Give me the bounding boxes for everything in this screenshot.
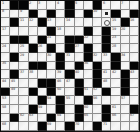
cell-r2c5[interactable] <box>38 10 47 19</box>
cell-r12c11[interactable]: 56 <box>93 96 102 105</box>
cell-r12c13[interactable] <box>111 96 120 105</box>
cell-r9c4[interactable]: 38 <box>29 70 38 79</box>
clue-number: 25 <box>20 44 24 47</box>
cell-r10c3[interactable] <box>19 79 28 88</box>
cell-r7c11[interactable]: 32 <box>93 53 102 62</box>
cell-r8c1[interactable]: 35 <box>1 62 10 71</box>
clue-number: 65 <box>84 113 88 116</box>
clue-number: 8 <box>2 9 4 12</box>
clue-number: 50 <box>57 87 61 90</box>
cell-r2c7[interactable] <box>56 10 65 19</box>
black-cell-r10c11 <box>93 79 102 88</box>
cell-r4c2[interactable] <box>10 27 19 36</box>
clue-number: 32 <box>93 53 97 56</box>
clue-number: 14 <box>66 18 70 21</box>
clue-number: 62 <box>20 113 24 116</box>
cell-r4c11[interactable] <box>93 27 102 36</box>
black-cell-r2c15 <box>130 10 139 19</box>
black-cell-r8c7 <box>56 62 65 71</box>
clue-number: 45 <box>11 79 15 82</box>
black-cell-r10c5 <box>38 79 47 88</box>
cell-r3c13[interactable]: 15 <box>111 18 120 27</box>
black-cell-r9c2 <box>10 70 19 79</box>
black-cell-r9c8 <box>65 70 74 79</box>
black-cell-r6c4 <box>29 44 38 53</box>
black-cell-r3c5 <box>38 18 47 27</box>
clue-number: 66 <box>112 113 116 116</box>
black-cell-r3c14 <box>121 18 130 27</box>
clue-number: 47 <box>66 79 70 82</box>
clue-number: 40 <box>75 70 79 73</box>
cell-r6c11[interactable] <box>93 44 102 53</box>
clue-number: 56 <box>93 96 97 99</box>
cell-r9c13[interactable]: 42 <box>111 70 120 79</box>
cell-r13c10[interactable]: 60 <box>84 105 93 114</box>
black-cell-r5c9 <box>75 36 84 45</box>
clue-number: 36 <box>84 61 88 64</box>
clue-number: 4 <box>57 1 59 4</box>
cell-r11c7[interactable]: 50 <box>56 88 65 97</box>
black-cell-r7c13 <box>111 53 120 62</box>
cell-r11c8[interactable] <box>65 88 74 97</box>
cell-r6c2[interactable] <box>10 44 19 53</box>
clue-number: 20 <box>121 27 125 30</box>
clue-number: 46 <box>57 79 61 82</box>
cell-r15c10[interactable] <box>84 122 93 131</box>
cell-r10c4[interactable] <box>29 79 38 88</box>
clue-number: 5 <box>75 1 77 4</box>
cell-r9c9[interactable]: 40 <box>75 70 84 79</box>
cell-r14c4[interactable]: 63 <box>29 114 38 123</box>
cell-r4c13[interactable]: 19 <box>111 27 120 36</box>
cell-r3c15[interactable]: 16 <box>130 18 139 27</box>
cell-r8c2[interactable] <box>10 62 19 71</box>
cell-r7c14[interactable]: 34 <box>121 53 130 62</box>
cell-r15c12[interactable]: 71 <box>102 122 111 131</box>
cell-r13c3[interactable] <box>19 105 28 114</box>
clue-number: 24 <box>2 44 6 47</box>
cell-r9c5[interactable] <box>38 70 47 79</box>
cell-r7c15[interactable] <box>130 53 139 62</box>
black-cell-r4c10 <box>84 27 93 36</box>
cell-r6c15[interactable] <box>130 44 139 53</box>
clue-number: 23 <box>112 35 116 38</box>
cell-r1c15[interactable] <box>130 1 139 10</box>
black-cell-r1c2 <box>10 1 19 10</box>
black-cell-r2c10 <box>84 10 93 19</box>
cell-r9c12[interactable]: 41 <box>102 70 111 79</box>
cell-r4c15[interactable] <box>130 27 139 36</box>
black-cell-r11c4 <box>29 88 38 97</box>
cell-r11c10[interactable]: 51 <box>84 88 93 97</box>
black-cell-r8c5 <box>38 62 47 71</box>
clue-number: 12 <box>29 18 33 21</box>
cell-r3c4[interactable]: 12 <box>29 18 38 27</box>
cell-r6c5[interactable]: 26 <box>38 44 47 53</box>
cell-r2c14[interactable] <box>121 10 130 19</box>
cell-r14c10[interactable]: 65 <box>84 114 93 123</box>
cell-r15c14[interactable] <box>121 122 130 131</box>
cell-r10c12[interactable]: 48 <box>102 79 111 88</box>
black-cell-r11c1 <box>1 88 10 97</box>
cell-r5c13[interactable]: 23 <box>111 36 120 45</box>
cell-r14c15[interactable]: 67 <box>130 114 139 123</box>
cell-r3c9[interactable] <box>75 18 84 27</box>
cell-dot-marker <box>105 12 108 15</box>
cell-r15c1[interactable]: 68 <box>1 122 10 131</box>
cell-r8c3[interactable] <box>19 62 28 71</box>
cell-r2c1[interactable]: 8 <box>1 10 10 19</box>
clue-number: 21 <box>47 35 51 38</box>
cell-r12c1[interactable]: 53 <box>1 96 10 105</box>
clue-number: 49 <box>11 87 15 90</box>
black-cell-r10c6 <box>47 79 56 88</box>
cell-r15c4[interactable] <box>29 122 38 131</box>
cell-r7c4[interactable] <box>29 53 38 62</box>
cell-r2c9[interactable] <box>75 10 84 19</box>
black-cell-r15c11 <box>93 122 102 131</box>
cell-r13c14[interactable] <box>121 105 130 114</box>
black-cell-r8c15 <box>130 62 139 71</box>
black-cell-r1c11 <box>93 1 102 10</box>
cell-r6c13[interactable]: 28 <box>111 44 120 53</box>
clue-number: 54 <box>47 96 51 99</box>
clue-number: 17 <box>2 27 6 30</box>
clue-number: 59 <box>38 105 42 108</box>
black-cell-r15c8 <box>65 122 74 131</box>
cell-r9c3[interactable]: 37 <box>19 70 28 79</box>
cell-r13c13[interactable]: 61 <box>111 105 120 114</box>
cell-r7c6[interactable]: 30 <box>47 53 56 62</box>
cell-r11c15[interactable] <box>130 88 139 97</box>
cell-r15c6[interactable]: 69 <box>47 122 56 131</box>
black-cell-r2c4 <box>29 10 38 19</box>
clue-number: 33 <box>103 53 107 56</box>
cell-r10c15[interactable] <box>130 79 139 88</box>
cell-r7c9[interactable] <box>75 53 84 62</box>
cell-r3c10[interactable] <box>84 18 93 27</box>
clue-number: 27 <box>75 44 79 47</box>
clue-number: 10 <box>93 9 97 12</box>
black-cell-r3c2 <box>10 18 19 27</box>
cell-r6c14[interactable] <box>121 44 130 53</box>
black-cell-r11c6 <box>47 88 56 97</box>
cell-r4c8[interactable] <box>65 27 74 36</box>
black-cell-r10c9 <box>75 79 84 88</box>
cell-r3c7[interactable] <box>56 18 65 27</box>
clue-number: 18 <box>57 27 61 30</box>
black-cell-r5c2 <box>10 36 19 45</box>
cell-r7c8[interactable]: 31 <box>65 53 74 62</box>
black-cell-r8c4 <box>29 62 38 71</box>
black-cell-r2c6 <box>47 10 56 19</box>
cell-r10c2[interactable]: 45 <box>10 79 19 88</box>
clue-number: 69 <box>47 122 51 125</box>
cell-r3c12[interactable] <box>102 18 111 27</box>
cell-r10c13[interactable] <box>111 79 120 88</box>
cell-r4c1[interactable]: 17 <box>1 27 10 36</box>
cell-r3c3[interactable]: 11 <box>19 18 28 27</box>
clue-number: 13 <box>47 18 51 21</box>
cell-r6c3[interactable]: 25 <box>19 44 28 53</box>
clue-number: 19 <box>112 27 116 30</box>
black-cell-r13c15 <box>130 105 139 114</box>
black-cell-r7c10 <box>84 53 93 62</box>
cell-r6c7[interactable] <box>56 44 65 53</box>
clue-number: 26 <box>38 44 42 47</box>
cell-r4c4[interactable] <box>29 27 38 36</box>
cell-r5c15[interactable] <box>130 36 139 45</box>
black-cell-r15c5 <box>38 122 47 131</box>
black-cell-r12c10 <box>84 96 93 105</box>
cell-r6c1[interactable]: 24 <box>1 44 10 53</box>
cell-r13c5[interactable]: 59 <box>38 105 47 114</box>
cell-r1c14[interactable]: 7 <box>121 1 130 10</box>
cell-r12c12[interactable] <box>102 96 111 105</box>
cell-r3c8[interactable]: 14 <box>65 18 74 27</box>
black-cell-r6c12 <box>102 44 111 53</box>
cell-r8c8[interactable] <box>65 62 74 71</box>
clue-number: 60 <box>84 105 88 108</box>
cell-r2c3[interactable]: 9 <box>19 10 28 19</box>
cell-r4c14[interactable]: 20 <box>121 27 130 36</box>
cell-r12c8[interactable]: 55 <box>65 96 74 105</box>
cell-r1c13[interactable] <box>111 1 120 10</box>
clue-number: 61 <box>112 105 116 108</box>
clue-number: 35 <box>2 61 6 64</box>
black-cell-r7c7 <box>56 53 65 62</box>
clue-number: 42 <box>112 70 116 73</box>
cell-r1c6[interactable] <box>47 1 56 10</box>
cell-r5c1[interactable] <box>1 36 10 45</box>
cell-r15c13[interactable] <box>111 122 120 131</box>
black-cell-r8c11 <box>93 62 102 71</box>
cell-r12c15[interactable] <box>130 96 139 105</box>
black-cell-r1c8 <box>65 1 74 10</box>
clue-number: 51 <box>84 87 88 90</box>
cell-r15c7[interactable] <box>56 122 65 131</box>
cell-r9c7[interactable]: 39 <box>56 70 65 79</box>
clue-number: 38 <box>29 70 33 73</box>
black-cell-r14c2 <box>10 114 19 123</box>
clue-number: 52 <box>93 87 97 90</box>
black-cell-r5c5 <box>38 36 47 45</box>
clue-number: 67 <box>130 113 134 116</box>
cell-r15c2[interactable] <box>10 122 19 131</box>
clue-number: 28 <box>112 44 116 47</box>
black-cell-r7c2 <box>10 53 19 62</box>
cell-r14c13[interactable]: 66 <box>111 114 120 123</box>
clue-number: 3 <box>38 1 40 4</box>
cell-r4c7[interactable]: 18 <box>56 27 65 36</box>
cell-r8c10[interactable]: 36 <box>84 62 93 71</box>
clue-number: 16 <box>130 18 134 21</box>
black-cell-r14c12 <box>102 114 111 123</box>
cell-r7c5[interactable] <box>38 53 47 62</box>
cell-r9c6[interactable] <box>47 70 56 79</box>
cell-r5c10[interactable]: 22 <box>84 36 93 45</box>
cell-r14c1[interactable] <box>1 114 10 123</box>
clue-number: 58 <box>2 105 6 108</box>
cell-r1c5[interactable]: 3 <box>38 1 47 10</box>
black-cell-r8c9 <box>75 62 84 71</box>
cell-r5c11[interactable] <box>93 36 102 45</box>
clue-number: 64 <box>57 113 61 116</box>
cell-r13c6[interactable] <box>47 105 56 114</box>
cell-r6c9[interactable]: 27 <box>75 44 84 53</box>
cell-r4c5[interactable] <box>38 27 47 36</box>
black-cell-r8c13 <box>111 62 120 71</box>
cell-r10c8[interactable]: 47 <box>65 79 74 88</box>
black-cell-r10c14 <box>121 79 130 88</box>
cell-r4c9[interactable] <box>75 27 84 36</box>
cell-r12c9[interactable] <box>75 96 84 105</box>
cell-r1c12[interactable]: 6 <box>102 1 111 10</box>
black-cell-r11c12 <box>102 88 111 97</box>
cell-r11c3[interactable] <box>19 88 28 97</box>
black-cell-r6c6 <box>47 44 56 53</box>
cell-r2c11[interactable]: 10 <box>93 10 102 19</box>
cell-r1c1[interactable]: 1 <box>1 1 10 10</box>
cell-r12c2[interactable] <box>10 96 19 105</box>
cell-r2c2[interactable] <box>10 10 19 19</box>
cell-r13c2[interactable] <box>10 105 19 114</box>
cell-r5c7[interactable] <box>56 36 65 45</box>
clue-number: 63 <box>29 113 33 116</box>
clue-number: 15 <box>112 18 116 21</box>
clue-number: 43 <box>130 70 134 73</box>
clue-number: 41 <box>103 70 107 73</box>
clue-number: 34 <box>121 53 125 56</box>
clue-number: 6 <box>103 1 105 4</box>
cell-r2c12[interactable] <box>102 10 111 19</box>
black-cell-r1c3 <box>19 1 28 10</box>
clue-number: 9 <box>20 9 22 12</box>
cell-r13c8[interactable] <box>65 105 74 114</box>
clue-number: 48 <box>103 79 107 82</box>
clue-number: 57 <box>121 96 125 99</box>
cell-r14c8[interactable] <box>65 114 74 123</box>
cell-r15c3[interactable] <box>19 122 28 131</box>
cell-r14c14[interactable] <box>121 114 130 123</box>
clue-number: 31 <box>66 53 70 56</box>
cell-r10c7[interactable]: 46 <box>56 79 65 88</box>
black-cell-r13c7 <box>56 105 65 114</box>
cell-r5c14[interactable] <box>121 36 130 45</box>
cell-r13c11[interactable] <box>93 105 102 114</box>
clue-number: 1 <box>2 1 4 4</box>
cell-r10c10[interactable] <box>84 79 93 88</box>
cell-r5c6[interactable]: 21 <box>47 36 56 45</box>
cell-r14c11[interactable] <box>93 114 102 123</box>
black-cell-r11c9 <box>75 88 84 97</box>
clue-number: 53 <box>2 96 6 99</box>
cell-r3c6[interactable]: 13 <box>47 18 56 27</box>
black-cell-r14c6 <box>47 114 56 123</box>
cell-circle-marker <box>104 20 110 26</box>
cell-r12c4[interactable] <box>29 96 38 105</box>
black-cell-r12c5 <box>38 96 47 105</box>
cell-r7c12[interactable]: 33 <box>102 53 111 62</box>
black-cell-r6c8 <box>65 44 74 53</box>
black-cell-r5c12 <box>102 36 111 45</box>
black-cell-r2c8 <box>65 10 74 19</box>
black-cell-r6c10 <box>84 44 93 53</box>
cell-r1c9[interactable]: 5 <box>75 1 84 10</box>
cell-r1c4[interactable]: 2 <box>29 1 38 10</box>
clue-number: 71 <box>103 122 107 125</box>
cell-r8c6[interactable] <box>47 62 56 71</box>
black-cell-r12c7 <box>56 96 65 105</box>
clue-number: 22 <box>84 35 88 38</box>
cell-r8c12[interactable] <box>102 62 111 71</box>
clue-number: 39 <box>57 70 61 73</box>
clue-number: 30 <box>47 53 51 56</box>
cell-r7c1[interactable] <box>1 53 10 62</box>
black-cell-r9c11 <box>93 70 102 79</box>
black-cell-r2c13 <box>111 10 120 19</box>
cell-r1c7[interactable]: 4 <box>56 1 65 10</box>
cell-r13c1[interactable]: 58 <box>1 105 10 114</box>
black-cell-r5c8 <box>65 36 74 45</box>
cell-r4c3[interactable] <box>19 27 28 36</box>
clue-number: 2 <box>29 1 31 4</box>
cell-r5c4[interactable] <box>29 36 38 45</box>
cell-r10c1[interactable]: 44 <box>1 79 10 88</box>
black-cell-r4c12 <box>102 27 111 36</box>
cell-r11c5[interactable] <box>38 88 47 97</box>
cell-r8c14[interactable] <box>121 62 130 71</box>
cell-r11c2[interactable]: 49 <box>10 88 19 97</box>
cell-r9c1[interactable] <box>1 70 10 79</box>
cell-r9c15[interactable]: 43 <box>130 70 139 79</box>
clue-number: 44 <box>2 79 6 82</box>
black-cell-r5c3 <box>19 36 28 45</box>
cell-r12c6[interactable]: 54 <box>47 96 56 105</box>
black-cell-r13c4 <box>29 105 38 114</box>
cell-r12c14[interactable]: 57 <box>121 96 130 105</box>
clue-number: 70 <box>75 122 79 125</box>
black-cell-r11c14 <box>121 88 130 97</box>
cell-r14c3[interactable]: 62 <box>19 114 28 123</box>
cell-r9c10[interactable] <box>84 70 93 79</box>
clue-number: 7 <box>121 1 123 4</box>
crossword-grid: 1234567891011121314151617181920212223242… <box>0 0 140 132</box>
cell-r11c11[interactable]: 52 <box>93 88 102 97</box>
clue-number: 37 <box>20 70 24 73</box>
cell-r3c1[interactable] <box>1 18 10 27</box>
black-cell-r9c14 <box>121 70 130 79</box>
black-cell-r4c6 <box>47 27 56 36</box>
clue-number: 11 <box>20 18 24 21</box>
cell-r14c7[interactable]: 64 <box>56 114 65 123</box>
cell-r14c5[interactable] <box>38 114 47 123</box>
cell-r7c3[interactable]: 29 <box>19 53 28 62</box>
cell-r15c9[interactable]: 70 <box>75 122 84 131</box>
cell-r11c13[interactable] <box>111 88 120 97</box>
clue-number: 55 <box>66 96 70 99</box>
cell-r12c3[interactable] <box>19 96 28 105</box>
clue-number: 68 <box>2 122 6 125</box>
black-cell-r13c9 <box>75 105 84 114</box>
cell-r15c15[interactable] <box>130 122 139 131</box>
cell-r3c11[interactable] <box>93 18 102 27</box>
cell-r1c10[interactable] <box>84 1 93 10</box>
clue-number: 29 <box>20 53 24 56</box>
black-cell-r14c9 <box>75 114 84 123</box>
black-cell-r13c12 <box>102 105 111 114</box>
